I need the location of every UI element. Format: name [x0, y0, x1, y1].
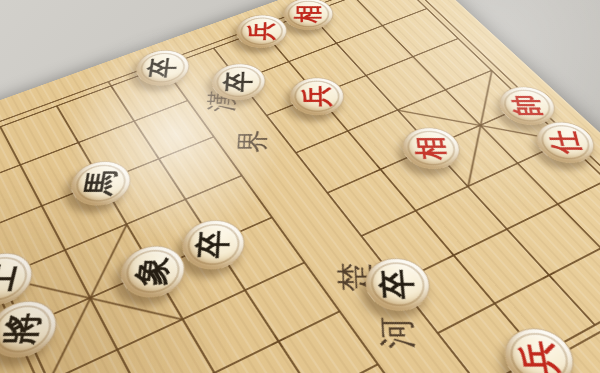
piece-character: 士: [0, 264, 28, 294]
xiangqi-board: 漢界楚河帥仕相相兵兵兵卒卒卒卒馬象士將車砲: [0, 0, 600, 373]
piece-character: 卒: [217, 71, 259, 92]
piece-character: 帥: [504, 95, 551, 117]
piece-character: 卒: [372, 269, 424, 299]
piece-character: 馬: [76, 170, 126, 195]
piece-character: 兵: [242, 22, 282, 41]
piece-character: 相: [289, 5, 328, 23]
piece-character: 兵: [510, 341, 568, 373]
piece-character: 卒: [188, 230, 238, 258]
piece-character: 象: [127, 257, 179, 286]
piece-character: 將: [0, 313, 52, 345]
piece-character: 仕: [541, 130, 590, 153]
piece-character: 兵: [296, 85, 338, 106]
river-text: 河: [370, 312, 422, 354]
river-text: 界: [230, 126, 273, 156]
photo-frame: 漢界楚河帥仕相相兵兵兵卒卒卒卒馬象士將車砲: [0, 0, 600, 373]
piece-character: 卒: [141, 58, 184, 78]
piece-character: 相: [408, 136, 455, 159]
